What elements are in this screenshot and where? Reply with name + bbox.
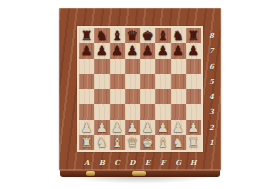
square-b7[interactable]: ♟ [94,43,109,58]
square-a8[interactable]: ♜ [79,28,94,43]
square-d1[interactable]: ♛ [125,135,140,150]
square-b1[interactable]: ♞ [94,135,109,150]
rank-label-7: 7 [205,43,218,58]
board-squares: ♜♞♝♛♚♝♞♜♟♟♟♟♟♟♟♟♟♟♟♟♟♟♟♟♜♞♝♛♚♝♞♜ [79,28,201,150]
brass-clasp [132,171,146,176]
square-e4[interactable] [140,89,155,104]
square-e3[interactable] [140,104,155,119]
black-pawn[interactable]: ♟ [111,44,123,57]
file-label-a: A [79,158,94,167]
black-king[interactable]: ♚ [142,29,154,42]
square-a7[interactable]: ♟ [79,43,94,58]
square-g6[interactable] [171,59,186,74]
square-g8[interactable]: ♞ [171,28,186,43]
rank-label-6: 6 [205,59,218,74]
brass-latch [86,171,95,176]
rank-label-4: 4 [205,89,218,104]
black-knight[interactable]: ♞ [172,29,184,42]
square-h7[interactable]: ♟ [186,43,201,58]
square-b2[interactable]: ♟ [94,120,109,135]
board-side-edge [60,170,220,177]
white-pawn[interactable]: ♟ [96,120,108,133]
black-rook[interactable]: ♜ [188,29,200,42]
white-pawn[interactable]: ♟ [142,120,154,133]
square-c7[interactable]: ♟ [110,43,125,58]
square-f8[interactable]: ♝ [155,28,170,43]
black-bishop[interactable]: ♝ [157,29,169,42]
square-d7[interactable]: ♟ [125,43,140,58]
square-g5[interactable] [171,74,186,89]
rank-label-2: 2 [205,120,218,135]
rank-label-3: 3 [205,104,218,119]
square-c5[interactable] [110,74,125,89]
file-labels: ABCDEFGH [79,158,201,167]
square-f2[interactable]: ♟ [155,120,170,135]
square-a1[interactable]: ♜ [79,135,94,150]
square-g4[interactable] [171,89,186,104]
square-c8[interactable]: ♝ [110,28,125,43]
square-f3[interactable] [155,104,170,119]
white-pawn[interactable]: ♟ [188,120,200,133]
black-pawn[interactable]: ♟ [172,44,184,57]
square-f6[interactable] [155,59,170,74]
file-label-g: G [171,158,186,167]
white-pawn[interactable]: ♟ [127,120,139,133]
black-knight[interactable]: ♞ [96,29,108,42]
square-h2[interactable]: ♟ [186,120,201,135]
square-b6[interactable] [94,59,109,74]
rank-label-8: 8 [205,28,218,43]
rank-label-5: 5 [205,74,218,89]
square-b8[interactable]: ♞ [94,28,109,43]
chess-board: ♜♞♝♛♚♝♞♜♟♟♟♟♟♟♟♟♟♟♟♟♟♟♟♟♜♞♝♛♚♝♞♜ ABCDEFG… [59,8,221,170]
white-bishop[interactable]: ♝ [157,135,169,148]
black-rook[interactable]: ♜ [81,29,93,42]
square-a5[interactable] [79,74,94,89]
file-label-h: H [186,158,201,167]
black-queen[interactable]: ♛ [127,29,139,42]
photo-background: ♜♞♝♛♚♝♞♜♟♟♟♟♟♟♟♟♟♟♟♟♟♟♟♟♜♞♝♛♚♝♞♜ ABCDEFG… [0,0,280,189]
square-g3[interactable] [171,104,186,119]
square-c2[interactable]: ♟ [110,120,125,135]
square-a2[interactable]: ♟ [79,120,94,135]
white-rook[interactable]: ♜ [188,135,200,148]
file-label-f: F [155,158,170,167]
square-g2[interactable]: ♟ [171,120,186,135]
square-d5[interactable] [125,74,140,89]
white-pawn[interactable]: ♟ [81,120,93,133]
white-rook[interactable]: ♜ [81,135,93,148]
square-h3[interactable] [186,104,201,119]
chess-set: ♜♞♝♛♚♝♞♜♟♟♟♟♟♟♟♟♟♟♟♟♟♟♟♟♜♞♝♛♚♝♞♜ ABCDEFG… [59,8,221,177]
square-a4[interactable] [79,89,94,104]
square-d3[interactable] [125,104,140,119]
black-pawn[interactable]: ♟ [188,44,200,57]
square-a3[interactable] [79,104,94,119]
square-c3[interactable] [110,104,125,119]
square-e5[interactable] [140,74,155,89]
square-c6[interactable] [110,59,125,74]
square-f1[interactable]: ♝ [155,135,170,150]
square-e6[interactable] [140,59,155,74]
rank-label-1: 1 [205,135,218,150]
white-knight[interactable]: ♞ [172,135,184,148]
file-label-c: C [110,158,125,167]
white-pawn[interactable]: ♟ [172,120,184,133]
file-label-d: D [125,158,140,167]
square-b4[interactable] [94,89,109,104]
square-e2[interactable]: ♟ [140,120,155,135]
square-f5[interactable] [155,74,170,89]
square-g1[interactable]: ♞ [171,135,186,150]
white-king[interactable]: ♚ [142,135,154,148]
square-e8[interactable]: ♚ [140,28,155,43]
white-knight[interactable]: ♞ [96,135,108,148]
rank-labels: 87654321 [205,28,218,150]
black-pawn[interactable]: ♟ [81,44,93,57]
square-h8[interactable]: ♜ [186,28,201,43]
square-b3[interactable] [94,104,109,119]
black-pawn[interactable]: ♟ [142,44,154,57]
black-pawn[interactable]: ♟ [96,44,108,57]
square-d4[interactable] [125,89,140,104]
white-pawn[interactable]: ♟ [111,120,123,133]
square-g7[interactable]: ♟ [171,43,186,58]
square-h6[interactable] [186,59,201,74]
square-h5[interactable] [186,74,201,89]
white-queen[interactable]: ♛ [127,135,139,148]
white-pawn[interactable]: ♟ [157,120,169,133]
square-b5[interactable] [94,74,109,89]
square-a6[interactable] [79,59,94,74]
square-h1[interactable]: ♜ [186,135,201,150]
black-pawn[interactable]: ♟ [127,44,139,57]
square-f7[interactable]: ♟ [155,43,170,58]
square-f4[interactable] [155,89,170,104]
white-bishop[interactable]: ♝ [111,135,123,148]
square-e7[interactable]: ♟ [140,43,155,58]
square-d2[interactable]: ♟ [125,120,140,135]
black-pawn[interactable]: ♟ [157,44,169,57]
file-label-b: B [94,158,109,167]
square-e1[interactable]: ♚ [140,135,155,150]
square-h4[interactable] [186,89,201,104]
square-d8[interactable]: ♛ [125,28,140,43]
file-label-e: E [140,158,155,167]
black-bishop[interactable]: ♝ [111,29,123,42]
square-c4[interactable] [110,89,125,104]
square-c1[interactable]: ♝ [110,135,125,150]
square-d6[interactable] [125,59,140,74]
